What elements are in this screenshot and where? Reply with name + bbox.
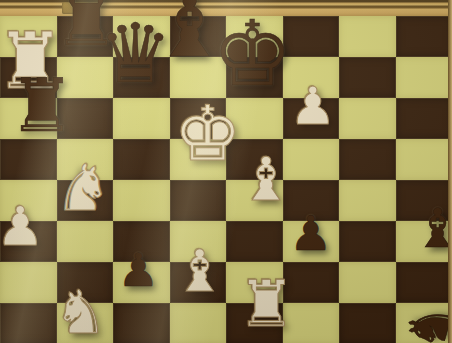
square-c1[interactable] <box>113 303 170 343</box>
black-pawn[interactable]: ♟ <box>289 214 332 252</box>
square-g8[interactable] <box>339 16 396 57</box>
black-bishop[interactable]: ♝ <box>414 207 452 250</box>
square-d4[interactable] <box>170 180 227 221</box>
square-a3[interactable]: ♟ <box>0 221 57 262</box>
white-knight[interactable]: ♞ <box>54 288 108 336</box>
square-d1[interactable] <box>170 303 227 343</box>
square-f3[interactable]: ♟ <box>283 221 340 262</box>
square-h1[interactable]: ♞ <box>396 303 452 343</box>
square-b3[interactable] <box>57 221 114 262</box>
white-knight[interactable]: ♞ <box>54 163 111 214</box>
square-f6[interactable]: ♟ <box>283 98 340 139</box>
square-c2[interactable]: ♟ <box>113 262 170 303</box>
square-g6[interactable] <box>339 98 396 139</box>
black-pawn[interactable]: ♟ <box>118 252 159 289</box>
board-frame-edge <box>448 0 452 343</box>
black-queen[interactable]: ♛ <box>98 21 172 87</box>
square-a6[interactable]: ♜ <box>0 98 57 139</box>
square-c7[interactable]: ♛ <box>113 57 170 98</box>
black-rook[interactable]: ♜ <box>9 76 75 135</box>
white-king[interactable]: ♚ <box>174 104 242 165</box>
square-h6[interactable] <box>396 98 452 139</box>
square-h3[interactable]: ♝ <box>396 221 452 262</box>
square-e1[interactable]: ♜ <box>226 303 283 343</box>
square-h8[interactable] <box>396 16 452 57</box>
square-e3[interactable] <box>226 221 283 262</box>
square-g2[interactable] <box>339 262 396 303</box>
square-d5[interactable]: ♚ <box>170 139 227 180</box>
square-g5[interactable] <box>339 139 396 180</box>
square-e4[interactable]: ♝ <box>226 180 283 221</box>
white-bishop[interactable]: ♝ <box>174 248 226 294</box>
black-knight[interactable]: ♞ <box>402 297 452 343</box>
white-pawn[interactable]: ♟ <box>289 86 336 128</box>
white-rook[interactable]: ♜ <box>238 279 295 330</box>
square-a2[interactable] <box>0 262 57 303</box>
square-c6[interactable] <box>113 98 170 139</box>
chess-board[interactable]: ♜♝♜♛♚♜♟♚♞♝♟♟♝♟♝♞♜♞ <box>0 16 452 343</box>
square-h7[interactable] <box>396 57 452 98</box>
square-g4[interactable] <box>339 180 396 221</box>
square-h5[interactable] <box>396 139 452 180</box>
square-d2[interactable]: ♝ <box>170 262 227 303</box>
white-bishop[interactable]: ♝ <box>239 155 293 203</box>
chessboard-photo: ♜♝♜♛♚♜♟♚♞♝♟♟♝♟♝♞♜♞ <box>0 0 452 343</box>
square-c4[interactable] <box>113 180 170 221</box>
square-g1[interactable] <box>339 303 396 343</box>
square-c5[interactable] <box>113 139 170 180</box>
black-king[interactable]: ♚ <box>212 18 293 90</box>
white-pawn[interactable]: ♟ <box>0 205 44 248</box>
square-b4[interactable]: ♞ <box>57 180 114 221</box>
square-g3[interactable] <box>339 221 396 262</box>
square-g7[interactable] <box>339 57 396 98</box>
square-b1[interactable]: ♞ <box>57 303 114 343</box>
square-a1[interactable] <box>0 303 57 343</box>
